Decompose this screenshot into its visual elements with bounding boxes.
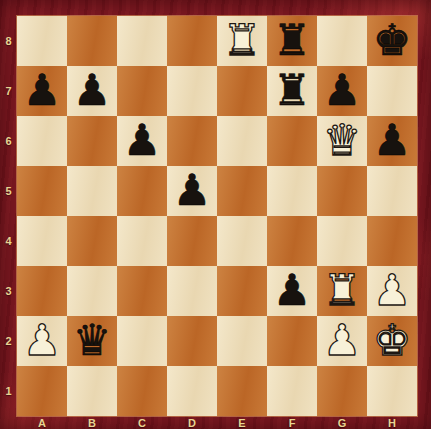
square-d6[interactable] bbox=[167, 116, 217, 166]
square-a5[interactable] bbox=[17, 166, 67, 216]
piece-black-king-h8[interactable]: ♚ bbox=[373, 19, 412, 62]
square-a1[interactable] bbox=[17, 366, 67, 416]
piece-white-pawn-g2[interactable]: ♟ bbox=[323, 319, 362, 362]
square-b8[interactable] bbox=[67, 16, 117, 66]
square-d7[interactable] bbox=[167, 66, 217, 116]
rank-label-7: 7 bbox=[0, 66, 17, 116]
square-b7[interactable]: ♟ bbox=[67, 66, 117, 116]
square-a8[interactable] bbox=[17, 16, 67, 66]
square-f5[interactable] bbox=[267, 166, 317, 216]
square-a4[interactable] bbox=[17, 216, 67, 266]
square-f7[interactable]: ♜ bbox=[267, 66, 317, 116]
square-c4[interactable] bbox=[117, 216, 167, 266]
rank-label-3: 3 bbox=[0, 266, 17, 316]
square-e4[interactable] bbox=[217, 216, 267, 266]
piece-white-rook-g3[interactable]: ♜ bbox=[323, 269, 362, 312]
square-g6[interactable]: ♛ bbox=[317, 116, 367, 166]
piece-black-pawn-c6[interactable]: ♟ bbox=[123, 119, 162, 162]
square-d2[interactable] bbox=[167, 316, 217, 366]
square-b5[interactable] bbox=[67, 166, 117, 216]
piece-black-pawn-d5[interactable]: ♟ bbox=[173, 169, 212, 212]
square-f6[interactable] bbox=[267, 116, 317, 166]
square-c7[interactable] bbox=[117, 66, 167, 116]
square-d8[interactable] bbox=[167, 16, 217, 66]
file-label-e: E bbox=[217, 416, 267, 429]
square-d3[interactable] bbox=[167, 266, 217, 316]
piece-white-pawn-h3[interactable]: ♟ bbox=[373, 269, 412, 312]
rank-label-2: 2 bbox=[0, 316, 17, 366]
square-b3[interactable] bbox=[67, 266, 117, 316]
square-g4[interactable] bbox=[317, 216, 367, 266]
square-e2[interactable] bbox=[217, 316, 267, 366]
square-f1[interactable] bbox=[267, 366, 317, 416]
square-c2[interactable] bbox=[117, 316, 167, 366]
piece-white-pawn-a2[interactable]: ♟ bbox=[23, 319, 62, 362]
square-a3[interactable] bbox=[17, 266, 67, 316]
piece-black-pawn-f3[interactable]: ♟ bbox=[273, 269, 312, 312]
file-label-d: D bbox=[167, 416, 217, 429]
square-g1[interactable] bbox=[317, 366, 367, 416]
file-label-b: B bbox=[67, 416, 117, 429]
square-f4[interactable] bbox=[267, 216, 317, 266]
square-h1[interactable] bbox=[367, 366, 417, 416]
square-g3[interactable]: ♜ bbox=[317, 266, 367, 316]
chess-diagram-frame: ♜♜♚♟♟♜♟♟♛♟♟♟♜♟♟♛♟♚ 87654321ABCDEFGH bbox=[0, 0, 431, 429]
square-c3[interactable] bbox=[117, 266, 167, 316]
file-label-g: G bbox=[317, 416, 367, 429]
square-d4[interactable] bbox=[167, 216, 217, 266]
file-label-c: C bbox=[117, 416, 167, 429]
square-c8[interactable] bbox=[117, 16, 167, 66]
square-e8[interactable]: ♜ bbox=[217, 16, 267, 66]
square-a6[interactable] bbox=[17, 116, 67, 166]
square-d1[interactable] bbox=[167, 366, 217, 416]
rank-label-4: 4 bbox=[0, 216, 17, 266]
piece-black-pawn-a7[interactable]: ♟ bbox=[23, 69, 62, 112]
square-e6[interactable] bbox=[217, 116, 267, 166]
rank-label-1: 1 bbox=[0, 366, 17, 416]
square-c5[interactable] bbox=[117, 166, 167, 216]
file-label-a: A bbox=[17, 416, 67, 429]
piece-black-rook-f8[interactable]: ♜ bbox=[273, 19, 312, 62]
piece-black-pawn-b7[interactable]: ♟ bbox=[73, 69, 112, 112]
square-a7[interactable]: ♟ bbox=[17, 66, 67, 116]
square-b4[interactable] bbox=[67, 216, 117, 266]
square-h4[interactable] bbox=[367, 216, 417, 266]
square-h3[interactable]: ♟ bbox=[367, 266, 417, 316]
piece-black-rook-f7[interactable]: ♜ bbox=[273, 69, 312, 112]
rank-label-5: 5 bbox=[0, 166, 17, 216]
square-f2[interactable] bbox=[267, 316, 317, 366]
square-g5[interactable] bbox=[317, 166, 367, 216]
square-c1[interactable] bbox=[117, 366, 167, 416]
rank-label-6: 6 bbox=[0, 116, 17, 166]
square-h6[interactable]: ♟ bbox=[367, 116, 417, 166]
square-b1[interactable] bbox=[67, 366, 117, 416]
square-b2[interactable]: ♛ bbox=[67, 316, 117, 366]
square-h5[interactable] bbox=[367, 166, 417, 216]
square-f3[interactable]: ♟ bbox=[267, 266, 317, 316]
square-a2[interactable]: ♟ bbox=[17, 316, 67, 366]
square-g2[interactable]: ♟ bbox=[317, 316, 367, 366]
square-e3[interactable] bbox=[217, 266, 267, 316]
chess-board: ♜♜♚♟♟♜♟♟♛♟♟♟♜♟♟♛♟♚ bbox=[17, 16, 417, 416]
piece-black-queen-b2[interactable]: ♛ bbox=[73, 319, 112, 362]
square-h7[interactable] bbox=[367, 66, 417, 116]
piece-black-pawn-g7[interactable]: ♟ bbox=[323, 69, 362, 112]
piece-black-pawn-h6[interactable]: ♟ bbox=[373, 119, 412, 162]
square-h2[interactable]: ♚ bbox=[367, 316, 417, 366]
piece-white-rook-e8[interactable]: ♜ bbox=[223, 19, 262, 62]
piece-white-queen-g6[interactable]: ♛ bbox=[323, 119, 362, 162]
square-c6[interactable]: ♟ bbox=[117, 116, 167, 166]
square-h8[interactable]: ♚ bbox=[367, 16, 417, 66]
file-label-h: H bbox=[367, 416, 417, 429]
file-label-f: F bbox=[267, 416, 317, 429]
square-b6[interactable] bbox=[67, 116, 117, 166]
square-d5[interactable]: ♟ bbox=[167, 166, 217, 216]
rank-label-8: 8 bbox=[0, 16, 17, 66]
square-e7[interactable] bbox=[217, 66, 267, 116]
square-e1[interactable] bbox=[217, 366, 267, 416]
square-f8[interactable]: ♜ bbox=[267, 16, 317, 66]
piece-white-king-h2[interactable]: ♚ bbox=[373, 319, 412, 362]
square-e5[interactable] bbox=[217, 166, 267, 216]
square-g8[interactable] bbox=[317, 16, 367, 66]
square-g7[interactable]: ♟ bbox=[317, 66, 367, 116]
